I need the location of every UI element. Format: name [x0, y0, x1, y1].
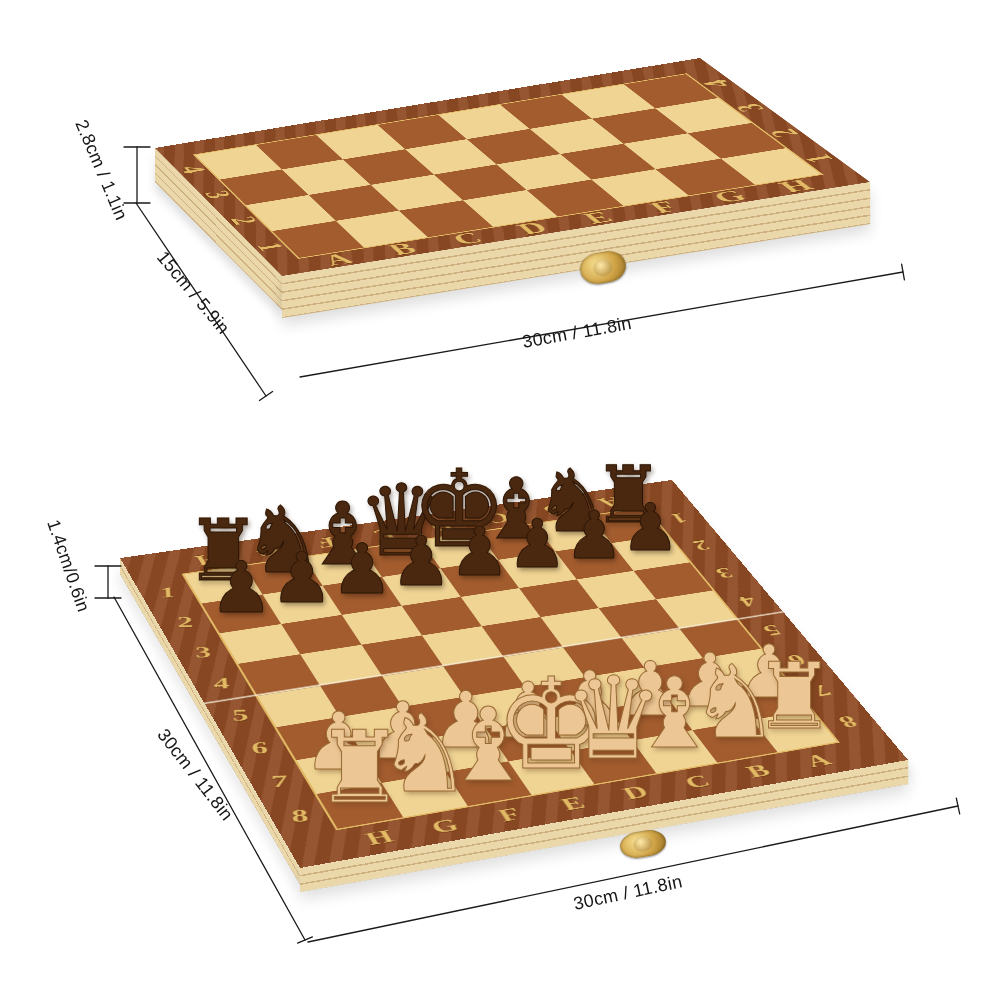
open-board-top-face: HGFEDCBAHGFEDCBA1234567812345678: [120, 480, 908, 868]
coordinate-left-5: 5: [232, 707, 250, 724]
coordinate-left-1: 1: [160, 585, 176, 600]
dimension-label-board-front: 30cm / 11.8in: [572, 871, 685, 915]
coordinate-left-2: 2: [177, 614, 194, 629]
dimension-label-box-height: 2.8cm / 1.1in: [70, 117, 131, 224]
dimension-label-box-depth: 15cm / 5.9in: [152, 247, 233, 338]
coordinate-left-4: 4: [213, 675, 230, 691]
coordinate-left-8: 8: [291, 807, 310, 825]
coordinate-left-6: 6: [251, 739, 269, 756]
coordinate-left-3: 3: [195, 644, 212, 660]
dimension-label-box-width: 30cm / 11.8in: [521, 313, 634, 353]
clasp-knob: [592, 257, 614, 278]
dimension-label-board-thickness: 1.4cm/0.6in: [42, 517, 93, 615]
clasp-knob: [632, 835, 653, 853]
coordinate-left-7: 7: [270, 773, 288, 791]
